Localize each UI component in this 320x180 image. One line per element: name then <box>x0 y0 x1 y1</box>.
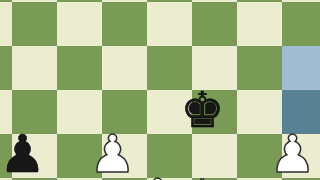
black-pawn[interactable]: ♟ <box>0 132 45 176</box>
square-f6[interactable] <box>192 2 237 46</box>
square-g5[interactable] <box>237 46 282 90</box>
square-c6[interactable] <box>57 2 102 46</box>
square-h6[interactable] <box>282 2 320 46</box>
square-d6[interactable] <box>102 2 147 46</box>
square-h5[interactable] <box>282 46 320 90</box>
chess-board-viewport: ♚♟♟♟♟♟♚♝ <box>0 0 320 180</box>
square-a5[interactable] <box>0 46 12 90</box>
white-pawn[interactable]: ♟ <box>135 176 180 180</box>
white-pawn[interactable]: ♟ <box>315 132 320 176</box>
square-e6[interactable] <box>147 2 192 46</box>
white-pawn[interactable]: ♟ <box>270 132 315 176</box>
black-king[interactable]: ♚ <box>180 88 225 132</box>
white-king[interactable]: ♚ <box>180 176 225 180</box>
white-pawn[interactable]: ♟ <box>90 132 135 176</box>
square-a6[interactable] <box>0 2 12 46</box>
square-g6[interactable] <box>237 2 282 46</box>
square-d5[interactable] <box>102 46 147 90</box>
square-b5[interactable] <box>12 46 57 90</box>
square-c5[interactable] <box>57 46 102 90</box>
square-b6[interactable] <box>12 2 57 46</box>
